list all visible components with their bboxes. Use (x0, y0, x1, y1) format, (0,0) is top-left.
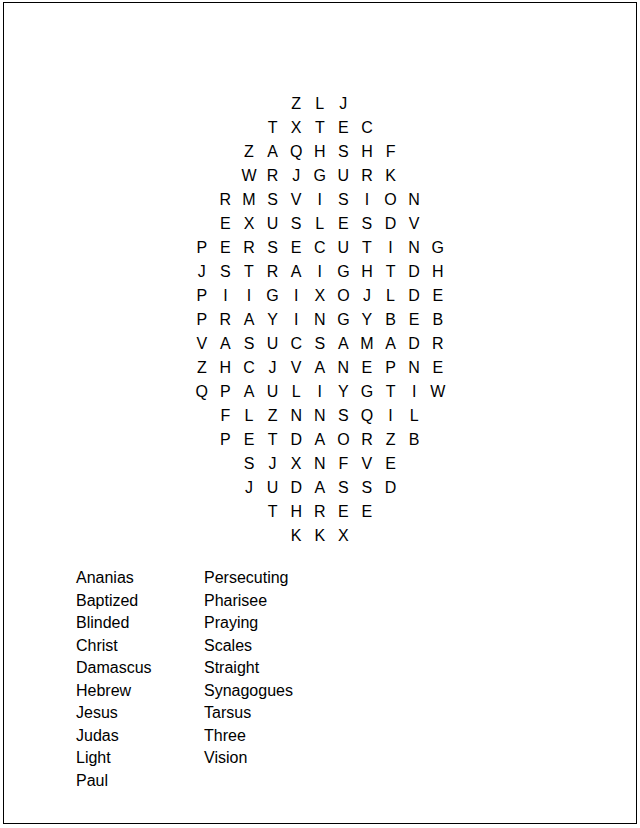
grid-cell: E (284, 236, 308, 260)
word-list-item: Praying (204, 612, 293, 635)
grid-cell: K (308, 524, 332, 548)
grid-cell-empty (426, 524, 450, 548)
grid-cell: N (308, 404, 332, 428)
grid-cell: G (332, 260, 356, 284)
word-list-item: Damascus (76, 657, 152, 680)
grid-cell: C (308, 236, 332, 260)
grid-cell: C (355, 116, 379, 140)
grid-cell: D (379, 212, 403, 236)
grid-cell: K (379, 164, 403, 188)
word-list-item: Tarsus (204, 702, 293, 725)
word-list-item: Straight (204, 657, 293, 680)
word-list-item: Paul (76, 770, 152, 793)
grid-cell: U (261, 380, 285, 404)
grid-cell: H (355, 260, 379, 284)
grid-cell: N (402, 356, 426, 380)
grid-cell: I (284, 308, 308, 332)
grid-cell: X (332, 524, 356, 548)
grid-cell-empty (214, 476, 238, 500)
grid-cell: E (355, 356, 379, 380)
grid-cell: Z (190, 356, 214, 380)
grid-cell: I (379, 236, 403, 260)
grid-cell: F (379, 140, 403, 164)
grid-cell: L (308, 212, 332, 236)
grid-cell-empty (190, 404, 214, 428)
grid-cell: G (426, 236, 450, 260)
grid-cell-empty (190, 140, 214, 164)
grid-cell: H (284, 500, 308, 524)
grid-cell: A (237, 308, 261, 332)
word-list-item: Synagogues (204, 680, 293, 703)
grid-cell: Z (379, 428, 403, 452)
grid-cell: E (214, 212, 238, 236)
grid-cell: E (426, 284, 450, 308)
grid-cell-empty (402, 476, 426, 500)
grid-cell: T (237, 260, 261, 284)
grid-cell: B (402, 428, 426, 452)
grid-cell-empty (214, 500, 238, 524)
grid-cell: T (379, 380, 403, 404)
grid-cell: Z (261, 404, 285, 428)
grid-cell: H (355, 140, 379, 164)
grid-cell: Q (190, 380, 214, 404)
grid-cell: T (261, 428, 285, 452)
grid-cell: E (332, 212, 356, 236)
grid-cell: U (332, 164, 356, 188)
grid-cell: J (261, 356, 285, 380)
grid-cell: O (379, 188, 403, 212)
grid-cell: I (308, 188, 332, 212)
grid-cell: U (261, 332, 285, 356)
grid-cell: J (237, 476, 261, 500)
grid-cell: M (355, 332, 379, 356)
word-list-item: Ananias (76, 567, 152, 590)
grid-cell: U (261, 476, 285, 500)
grid-cell: S (355, 212, 379, 236)
grid-cell: D (284, 428, 308, 452)
grid-cell-empty (261, 92, 285, 116)
grid-cell-empty (426, 212, 450, 236)
grid-cell: E (402, 308, 426, 332)
grid-cell: P (379, 356, 403, 380)
grid-cell: I (308, 380, 332, 404)
grid-cell: R (308, 500, 332, 524)
grid-cell-empty (214, 164, 238, 188)
grid-cell: C (237, 356, 261, 380)
grid-cell-empty (190, 476, 214, 500)
word-list-item: Judas (76, 725, 152, 748)
grid-cell: R (261, 164, 285, 188)
grid-cell: T (261, 116, 285, 140)
word-list-item: Hebrew (76, 680, 152, 703)
grid-cell: Q (355, 404, 379, 428)
grid-cell: I (284, 284, 308, 308)
grid-cell: I (402, 380, 426, 404)
grid-cell: X (308, 284, 332, 308)
grid-cell-empty (402, 452, 426, 476)
grid-cell: R (237, 236, 261, 260)
grid-cell-empty (190, 428, 214, 452)
grid-cell: G (308, 164, 332, 188)
grid-cell: M (237, 188, 261, 212)
grid-cell-empty (214, 116, 238, 140)
grid-cell: S (308, 332, 332, 356)
grid-cell: H (308, 140, 332, 164)
grid-cell: I (214, 284, 238, 308)
grid-cell: F (332, 452, 356, 476)
grid-cell: J (355, 284, 379, 308)
grid-cell-empty (426, 452, 450, 476)
grid-cell-empty (190, 524, 214, 548)
grid-cell: R (355, 164, 379, 188)
grid-cell: S (332, 188, 356, 212)
grid-cell: A (284, 260, 308, 284)
grid-cell: S (261, 188, 285, 212)
grid-cell: C (284, 332, 308, 356)
grid-cell: V (284, 188, 308, 212)
grid-cell-empty (426, 164, 450, 188)
grid-cell: Q (284, 140, 308, 164)
grid-cell: I (379, 404, 403, 428)
grid-cell: R (214, 188, 238, 212)
grid-cell: S (284, 212, 308, 236)
grid-cell: A (379, 332, 403, 356)
grid-cell: N (332, 356, 356, 380)
grid-cell-empty (402, 524, 426, 548)
grid-cell: U (332, 236, 356, 260)
grid-cell: T (379, 260, 403, 284)
grid-cell: N (284, 404, 308, 428)
word-list-item: Pharisee (204, 590, 293, 613)
grid-cell: D (379, 476, 403, 500)
grid-cell-empty (190, 116, 214, 140)
grid-cell: I (355, 188, 379, 212)
grid-cell-empty (261, 524, 285, 548)
grid-cell: S (261, 236, 285, 260)
grid-cell: T (355, 236, 379, 260)
grid-cell: S (237, 452, 261, 476)
grid-cell: J (332, 92, 356, 116)
grid-cell: O (332, 428, 356, 452)
grid-cell: I (308, 260, 332, 284)
grid-cell: X (237, 212, 261, 236)
grid-cell-empty (237, 116, 261, 140)
grid-cell: A (308, 476, 332, 500)
grid-cell: P (190, 236, 214, 260)
grid-cell-empty (379, 500, 403, 524)
grid-cell: A (237, 380, 261, 404)
grid-cell-empty (214, 524, 238, 548)
grid-cell-empty (214, 92, 238, 116)
word-list-item: Jesus (76, 702, 152, 725)
grid-cell: L (237, 404, 261, 428)
grid-cell: P (214, 428, 238, 452)
grid-cell: G (332, 308, 356, 332)
grid-cell: A (332, 332, 356, 356)
grid-cell: H (426, 260, 450, 284)
grid-cell-empty (355, 92, 379, 116)
grid-cell-empty (190, 188, 214, 212)
grid-cell-empty (426, 500, 450, 524)
grid-cell-empty (237, 500, 261, 524)
grid-cell: K (284, 524, 308, 548)
grid-cell: B (426, 308, 450, 332)
grid-cell-empty (214, 140, 238, 164)
grid-cell: E (355, 500, 379, 524)
grid-cell: S (237, 332, 261, 356)
grid-cell: S (355, 476, 379, 500)
grid-cell-empty (426, 428, 450, 452)
word-list-item: Scales (204, 635, 293, 658)
grid-cell-empty (402, 116, 426, 140)
grid-cell-empty (355, 524, 379, 548)
grid-cell-empty (426, 116, 450, 140)
grid-cell: T (308, 116, 332, 140)
grid-cell: S (332, 404, 356, 428)
grid-cell: V (284, 356, 308, 380)
grid-cell: E (332, 500, 356, 524)
grid-cell-empty (426, 476, 450, 500)
grid-cell: W (426, 380, 450, 404)
grid-cell-empty (426, 404, 450, 428)
grid-cell-empty (237, 524, 261, 548)
grid-cell: R (426, 332, 450, 356)
grid-cell-empty (190, 92, 214, 116)
grid-cell: L (402, 404, 426, 428)
grid-cell: G (355, 380, 379, 404)
grid-cell-empty (402, 500, 426, 524)
grid-cell: U (261, 212, 285, 236)
worksheet-page: ZLJTXTECZAQHSHFWRJGURKRMSVISIONEXUSLESDV… (0, 0, 640, 828)
word-list-item: Baptized (76, 590, 152, 613)
grid-cell-empty (379, 92, 403, 116)
grid-cell: X (284, 452, 308, 476)
grid-cell: R (261, 260, 285, 284)
grid-cell-empty (426, 188, 450, 212)
word-list-item: Three (204, 725, 293, 748)
grid-cell: A (214, 332, 238, 356)
grid-cell: P (190, 308, 214, 332)
grid-cell-empty (379, 116, 403, 140)
grid-cell: V (190, 332, 214, 356)
grid-cell: D (402, 332, 426, 356)
grid-cell-empty (190, 500, 214, 524)
grid-cell: D (402, 260, 426, 284)
word-list-item: Christ (76, 635, 152, 658)
grid-cell: L (308, 92, 332, 116)
grid-cell: I (237, 284, 261, 308)
grid-cell: S (214, 260, 238, 284)
grid-cell: P (214, 380, 238, 404)
grid-cell: A (308, 428, 332, 452)
grid-cell: A (308, 356, 332, 380)
grid-cell: O (332, 284, 356, 308)
grid-cell-empty (214, 452, 238, 476)
grid-cell: J (284, 164, 308, 188)
grid-cell-empty (190, 164, 214, 188)
word-list-item: Persecuting (204, 567, 293, 590)
word-list-right: PersecutingPhariseePrayingScalesStraight… (204, 567, 293, 770)
grid-cell: B (379, 308, 403, 332)
grid-cell: Y (332, 380, 356, 404)
grid-cell: J (190, 260, 214, 284)
grid-cell-empty (402, 164, 426, 188)
grid-cell: A (261, 140, 285, 164)
grid-cell: T (261, 500, 285, 524)
grid-cell: N (402, 236, 426, 260)
grid-cell: P (190, 284, 214, 308)
grid-cell: E (214, 236, 238, 260)
grid-cell: J (261, 452, 285, 476)
grid-cell: R (214, 308, 238, 332)
grid-cell: Z (237, 140, 261, 164)
word-list-item: Light (76, 747, 152, 770)
grid-cell: E (332, 116, 356, 140)
grid-cell: E (237, 428, 261, 452)
grid-cell-empty (379, 524, 403, 548)
grid-cell: D (402, 284, 426, 308)
grid-cell: V (355, 452, 379, 476)
grid-cell: R (355, 428, 379, 452)
word-list-item: Blinded (76, 612, 152, 635)
grid-cell: S (332, 476, 356, 500)
grid-cell: Y (355, 308, 379, 332)
grid-cell: V (402, 212, 426, 236)
grid-cell: W (237, 164, 261, 188)
grid-cell-empty (190, 212, 214, 236)
grid-cell: Z (284, 92, 308, 116)
word-search-grid: ZLJTXTECZAQHSHFWRJGURKRMSVISIONEXUSLESDV… (190, 92, 450, 548)
grid-cell-empty (426, 92, 450, 116)
word-list-left: AnaniasBaptizedBlindedChristDamascusHebr… (76, 567, 152, 792)
grid-cell: N (308, 452, 332, 476)
grid-cell: F (214, 404, 238, 428)
grid-cell: S (332, 140, 356, 164)
grid-cell: E (426, 356, 450, 380)
grid-cell: H (214, 356, 238, 380)
grid-cell: Y (261, 308, 285, 332)
grid-cell-empty (402, 92, 426, 116)
grid-cell-empty (190, 452, 214, 476)
grid-cell: E (379, 452, 403, 476)
grid-cell: G (261, 284, 285, 308)
grid-cell: D (284, 476, 308, 500)
grid-cell: L (379, 284, 403, 308)
grid-cell-empty (237, 92, 261, 116)
word-list-item: Vision (204, 747, 293, 770)
grid-cell: L (284, 380, 308, 404)
grid-cell: N (402, 188, 426, 212)
grid-cell-empty (402, 140, 426, 164)
grid-cell: N (308, 308, 332, 332)
grid-cell: X (284, 116, 308, 140)
grid-cell-empty (426, 140, 450, 164)
